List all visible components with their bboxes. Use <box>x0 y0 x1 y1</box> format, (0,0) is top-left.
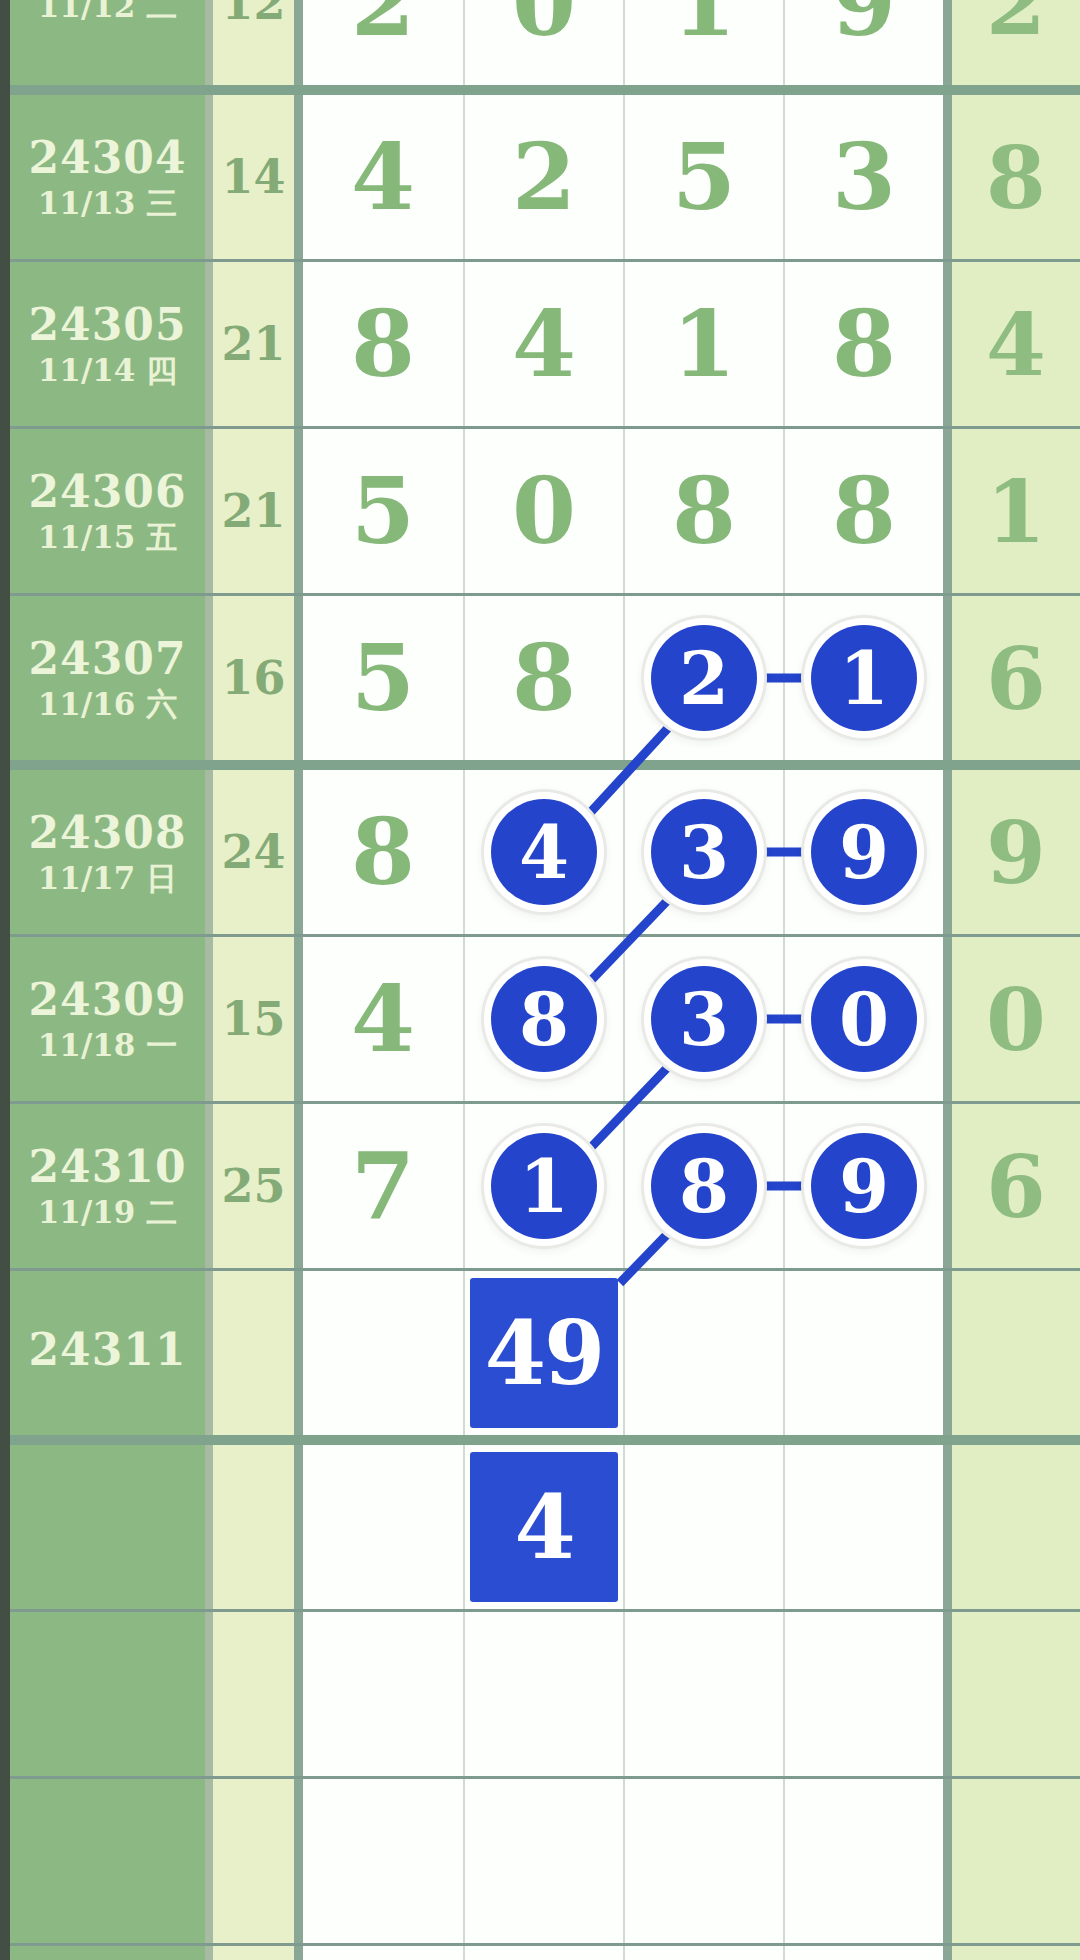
draw-digit: 5 <box>351 632 415 724</box>
tail-digit-cell <box>952 1445 1080 1609</box>
digit-cell-hundreds: 4 <box>463 262 623 426</box>
sum-cell: 15 <box>213 937 294 1101</box>
hot-number-circle: 8 <box>651 1133 757 1239</box>
hot-number-circle: 2 <box>651 625 757 731</box>
digit-cell-tens: 2 <box>623 596 783 760</box>
period-cell: 24308 11/17 日 <box>10 770 205 934</box>
hot-number-circle: 3 <box>651 966 757 1072</box>
sum-cell: 12 <box>213 0 294 85</box>
digit-cell-ones: 3 <box>783 95 943 259</box>
digit-cell-hundreds: 4 <box>463 1445 623 1609</box>
digit-cell-hundreds: 0 <box>463 0 623 85</box>
label-sum-divider <box>205 262 213 426</box>
digit-cell-ones <box>783 1612 943 1776</box>
period-cell: 24304 11/13 三 <box>10 95 205 259</box>
digit-cell-tens: 3 <box>623 770 783 934</box>
period-cell <box>10 1779 205 1943</box>
column-separator <box>943 596 952 760</box>
sum-cell <box>213 1612 294 1776</box>
digit-cell-thousands: 8 <box>303 770 463 934</box>
hot-number-circle: 1 <box>811 625 917 731</box>
hot-number-circle: 3 <box>651 799 757 905</box>
table-row: 24305 11/14 四 21 8 4 1 8 4 <box>10 262 1080 426</box>
date-label: 11/19 二 <box>38 1196 177 1229</box>
digit-cell-tens <box>623 1946 783 1960</box>
draw-digit: 8 <box>512 632 576 724</box>
label-sum-divider <box>205 1779 213 1943</box>
digit-cell-thousands <box>303 1946 463 1960</box>
date-label: 11/13 三 <box>38 187 177 220</box>
column-separator <box>294 937 303 1101</box>
column-separator <box>943 0 952 85</box>
digit-cell-tens: 8 <box>623 1104 783 1268</box>
digit-cell-ones <box>783 1946 943 1960</box>
digit-cell-hundreds: 4 <box>463 770 623 934</box>
sum-cell: 25 <box>213 1104 294 1268</box>
tail-digit-cell <box>952 1271 1080 1435</box>
digit-cell-thousands <box>303 1271 463 1435</box>
sum-cell <box>213 1271 294 1435</box>
digit-cell-ones: 8 <box>783 262 943 426</box>
label-sum-divider <box>205 1612 213 1776</box>
sum-cell: 24 <box>213 770 294 934</box>
digit-cell-thousands: 8 <box>303 262 463 426</box>
column-separator <box>294 429 303 593</box>
column-separator <box>294 1104 303 1268</box>
digit-cell-hundreds <box>463 1946 623 1960</box>
hot-number-circle: 4 <box>491 799 597 905</box>
tail-digit-cell: 8 <box>952 95 1080 259</box>
tail-digit-cell: 6 <box>952 596 1080 760</box>
column-separator <box>294 1445 303 1609</box>
row-separator <box>10 1435 1080 1445</box>
column-separator <box>943 770 952 934</box>
column-separator <box>294 95 303 259</box>
period-cell: 24306 11/15 五 <box>10 429 205 593</box>
column-separator <box>294 262 303 426</box>
sum-cell <box>213 1946 294 1960</box>
draw-digit: 8 <box>672 465 736 557</box>
hot-number-circle: 9 <box>811 1133 917 1239</box>
digit-cell-hundreds <box>463 1612 623 1776</box>
sum-cell: 16 <box>213 596 294 760</box>
period-label: 24304 <box>28 135 186 181</box>
sum-cell <box>213 1779 294 1943</box>
digit-cell-ones: 9 <box>783 0 943 85</box>
tail-digit-cell: 4 <box>952 262 1080 426</box>
date-label: 11/16 六 <box>38 688 177 721</box>
table-row: 24311 49 <box>10 1271 1080 1435</box>
column-separator <box>943 1445 952 1609</box>
column-separator <box>943 262 952 426</box>
digit-cell-hundreds: 1 <box>463 1104 623 1268</box>
period-label: 24308 <box>28 810 186 856</box>
label-sum-divider <box>205 95 213 259</box>
table-row: 24304 11/13 三 14 4 2 5 3 8 <box>10 95 1080 259</box>
column-separator <box>294 596 303 760</box>
draw-digit: 2 <box>512 131 576 223</box>
date-label: 11/18 一 <box>38 1029 177 1062</box>
digit-cell-ones: 9 <box>783 1104 943 1268</box>
sum-cell: 21 <box>213 429 294 593</box>
label-sum-divider <box>205 770 213 934</box>
draw-digit: 8 <box>832 298 896 390</box>
label-sum-divider <box>205 1271 213 1435</box>
digit-cell-hundreds: 8 <box>463 596 623 760</box>
digit-cell-thousands <box>303 1779 463 1943</box>
draw-digit: 3 <box>832 131 896 223</box>
period-label: 24311 <box>28 1327 186 1373</box>
date-label: 11/12 二 <box>38 0 177 22</box>
tail-digit-cell: 0 <box>952 937 1080 1101</box>
column-separator <box>943 429 952 593</box>
hot-number-circle: 9 <box>811 799 917 905</box>
label-sum-divider <box>205 0 213 85</box>
digit-cell-tens: 5 <box>623 95 783 259</box>
tail-digit-cell: 9 <box>952 770 1080 934</box>
period-cell: 24311 <box>10 1271 205 1435</box>
draw-digit: 8 <box>351 298 415 390</box>
table-row: 24307 11/16 六 16 5 8 2 1 6 <box>10 596 1080 760</box>
date-label: 11/14 四 <box>38 354 177 387</box>
column-separator <box>294 770 303 934</box>
draw-digit: 7 <box>351 1140 415 1232</box>
digit-cell-thousands <box>303 1445 463 1609</box>
draw-digit: 2 <box>351 0 415 49</box>
column-separator <box>943 1271 952 1435</box>
column-separator <box>294 1779 303 1943</box>
period-label: 24309 <box>28 977 186 1023</box>
row-separator <box>10 85 1080 95</box>
draw-digit: 5 <box>672 131 736 223</box>
sum-cell: 14 <box>213 95 294 259</box>
table-row: 24308 11/17 日 24 8 4 3 9 9 <box>10 770 1080 934</box>
label-sum-divider <box>205 429 213 593</box>
digit-cell-ones: 9 <box>783 770 943 934</box>
trend-chart-table: 11/12 二 12 2 0 1 9 2 24304 11/13 三 14 4 … <box>0 0 1080 1960</box>
column-separator <box>294 1271 303 1435</box>
column-separator <box>294 1946 303 1960</box>
draw-digit: 9 <box>832 0 896 49</box>
draw-digit: 5 <box>351 465 415 557</box>
table-row <box>10 1612 1080 1776</box>
table-row <box>10 1779 1080 1943</box>
column-separator <box>943 1779 952 1943</box>
digit-cell-tens: 1 <box>623 0 783 85</box>
draw-digit: 1 <box>672 298 736 390</box>
table-row: 24306 11/15 五 21 5 0 8 8 1 <box>10 429 1080 593</box>
digit-cell-thousands <box>303 1612 463 1776</box>
tail-digit-cell <box>952 1779 1080 1943</box>
label-sum-divider <box>205 937 213 1101</box>
table-row: 4 <box>10 1445 1080 1609</box>
period-cell <box>10 1612 205 1776</box>
label-sum-divider <box>205 1104 213 1268</box>
period-cell: 24305 11/14 四 <box>10 262 205 426</box>
digit-cell-tens <box>623 1612 783 1776</box>
draw-digit: 8 <box>351 806 415 898</box>
period-cell: 11/12 二 <box>10 0 205 85</box>
draw-digit: 4 <box>512 298 576 390</box>
digit-cell-tens <box>623 1445 783 1609</box>
period-label: 24307 <box>28 636 186 682</box>
digit-cell-ones: 1 <box>783 596 943 760</box>
date-label: 11/15 五 <box>38 521 177 554</box>
column-separator <box>294 1612 303 1776</box>
row-separator <box>10 760 1080 770</box>
hot-number-circle: 8 <box>491 966 597 1072</box>
hot-number-circle: 0 <box>811 966 917 1072</box>
tail-digit-cell <box>952 1612 1080 1776</box>
digit-cell-thousands: 5 <box>303 596 463 760</box>
draw-digit: 8 <box>832 465 896 557</box>
draw-digit: 4 <box>351 131 415 223</box>
sum-cell: 21 <box>213 262 294 426</box>
period-cell: 24310 11/19 二 <box>10 1104 205 1268</box>
column-separator <box>943 1612 952 1776</box>
digit-cell-tens <box>623 1271 783 1435</box>
table-row <box>10 1946 1080 1960</box>
period-label: 24305 <box>28 302 186 348</box>
tail-digit-cell: 2 <box>952 0 1080 85</box>
sum-cell <box>213 1445 294 1609</box>
digit-cell-hundreds: 49 <box>463 1271 623 1435</box>
digit-cell-ones <box>783 1271 943 1435</box>
period-cell <box>10 1946 205 1960</box>
period-cell <box>10 1445 205 1609</box>
draw-digit: 4 <box>351 973 415 1065</box>
digit-cell-thousands: 4 <box>303 95 463 259</box>
mark-square: 49 <box>470 1278 618 1428</box>
column-separator <box>943 937 952 1101</box>
column-separator <box>943 95 952 259</box>
digit-cell-ones <box>783 1445 943 1609</box>
digit-cell-thousands: 2 <box>303 0 463 85</box>
column-separator <box>943 1946 952 1960</box>
draw-digit: 0 <box>512 0 576 49</box>
period-label: 24306 <box>28 469 186 515</box>
label-sum-divider <box>205 1946 213 1960</box>
table-row: 11/12 二 12 2 0 1 9 2 <box>10 0 1080 85</box>
table-row: 24310 11/19 二 25 7 1 8 9 6 <box>10 1104 1080 1268</box>
digit-cell-thousands: 5 <box>303 429 463 593</box>
digit-cell-hundreds: 0 <box>463 429 623 593</box>
draw-digit: 1 <box>672 0 736 49</box>
period-cell: 24309 11/18 一 <box>10 937 205 1101</box>
digit-cell-thousands: 7 <box>303 1104 463 1268</box>
digit-cell-tens: 8 <box>623 429 783 593</box>
digit-cell-hundreds: 2 <box>463 95 623 259</box>
digit-cell-thousands: 4 <box>303 937 463 1101</box>
date-label: 11/17 日 <box>38 862 177 895</box>
table-row: 24309 11/18 一 15 4 8 3 0 0 <box>10 937 1080 1101</box>
digit-cell-tens: 3 <box>623 937 783 1101</box>
digit-cell-ones: 8 <box>783 429 943 593</box>
tail-digit-cell <box>952 1946 1080 1960</box>
digit-cell-hundreds <box>463 1779 623 1943</box>
digit-cell-ones: 0 <box>783 937 943 1101</box>
draw-digit: 0 <box>512 465 576 557</box>
digit-cell-ones <box>783 1779 943 1943</box>
tail-digit-cell: 1 <box>952 429 1080 593</box>
digit-cell-tens <box>623 1779 783 1943</box>
digit-cell-hundreds: 8 <box>463 937 623 1101</box>
tail-digit-cell: 6 <box>952 1104 1080 1268</box>
period-label: 24310 <box>28 1144 186 1190</box>
mark-square: 4 <box>470 1452 618 1602</box>
label-sum-divider <box>205 1445 213 1609</box>
column-separator <box>943 1104 952 1268</box>
period-cell: 24307 11/16 六 <box>10 596 205 760</box>
column-separator <box>294 0 303 85</box>
hot-number-circle: 1 <box>491 1133 597 1239</box>
label-sum-divider <box>205 596 213 760</box>
digit-cell-tens: 1 <box>623 262 783 426</box>
